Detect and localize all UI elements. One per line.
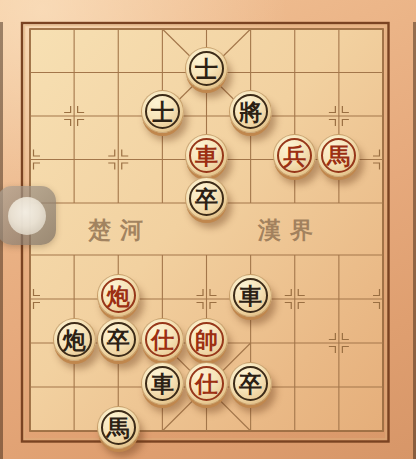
piece-glyph: 車 xyxy=(189,138,224,173)
piece-glyph: 帥 xyxy=(189,322,224,357)
piece-glyph: 兵 xyxy=(277,138,312,173)
piece-black-cannon[interactable]: 炮 xyxy=(53,318,96,361)
assistive-touch-button[interactable] xyxy=(0,186,56,245)
piece-glyph: 卒 xyxy=(189,181,224,216)
piece-glyph: 仕 xyxy=(145,322,180,357)
piece-red-advisor[interactable]: 仕 xyxy=(141,318,184,361)
piece-glyph: 車 xyxy=(233,278,268,313)
piece-glyph: 將 xyxy=(233,94,268,129)
piece-black-general[interactable]: 將 xyxy=(229,90,272,133)
piece-red-horse[interactable]: 馬 xyxy=(317,134,360,177)
piece-red-general[interactable]: 帥 xyxy=(185,318,228,361)
piece-glyph: 馬 xyxy=(321,138,356,173)
piece-glyph: 士 xyxy=(189,51,224,86)
piece-black-horse[interactable]: 馬 xyxy=(97,406,140,449)
board-grid[interactable]: 士士將車兵馬卒炮車炮卒仕帥車仕卒馬 xyxy=(8,7,405,453)
xiangqi-app-screen: 楚河 漢界 士士將車兵馬卒炮車炮卒仕帥車仕卒馬 xyxy=(0,0,416,459)
piece-red-chariot[interactable]: 車 xyxy=(185,134,228,177)
piece-red-advisor[interactable]: 仕 xyxy=(185,362,228,405)
piece-black-advisor[interactable]: 士 xyxy=(185,47,228,90)
assistive-touch-circle-icon xyxy=(8,197,46,235)
piece-black-chariot[interactable]: 車 xyxy=(141,362,184,405)
piece-glyph: 卒 xyxy=(101,322,136,357)
piece-glyph: 炮 xyxy=(101,278,136,313)
piece-red-cannon[interactable]: 炮 xyxy=(97,274,140,317)
piece-glyph: 炮 xyxy=(57,322,92,357)
piece-glyph: 仕 xyxy=(189,366,224,401)
piece-black-chariot[interactable]: 車 xyxy=(229,274,272,317)
piece-glyph: 馬 xyxy=(101,410,136,445)
piece-red-soldier[interactable]: 兵 xyxy=(273,134,316,177)
piece-glyph: 卒 xyxy=(233,366,268,401)
piece-black-soldier[interactable]: 卒 xyxy=(97,318,140,361)
piece-black-soldier[interactable]: 卒 xyxy=(229,362,272,405)
piece-glyph: 車 xyxy=(145,366,180,401)
piece-black-advisor[interactable]: 士 xyxy=(141,90,184,133)
piece-black-soldier[interactable]: 卒 xyxy=(185,177,228,220)
piece-glyph: 士 xyxy=(145,94,180,129)
